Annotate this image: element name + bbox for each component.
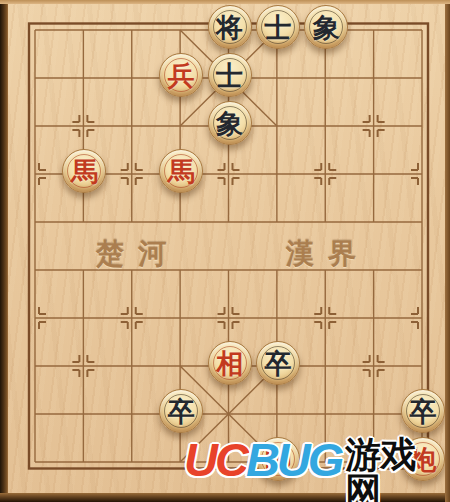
piece-black-advisor[interactable]: 士: [208, 53, 252, 97]
piece-glyph: 炮: [402, 438, 444, 480]
xiangqi-board: 楚河 漢界 将士象兵士象馬馬相卒卒卒帥炮 UCBUG 游戏网 .com: [0, 0, 450, 502]
piece-red-elephant[interactable]: 相: [208, 341, 252, 385]
piece-glyph: 馬: [160, 150, 202, 192]
piece-glyph: 士: [209, 54, 251, 96]
piece-glyph: 馬: [63, 150, 105, 192]
piece-glyph: 将: [209, 6, 251, 48]
piece-glyph: 象: [305, 6, 347, 48]
frame-edge-bottom: [0, 493, 450, 502]
piece-red-cannon[interactable]: 炮: [401, 437, 445, 481]
frame-edge-left: [0, 0, 8, 502]
piece-black-advisor[interactable]: 士: [256, 5, 300, 49]
piece-glyph: 相: [209, 342, 251, 384]
piece-black-general[interactable]: 将: [208, 5, 252, 49]
piece-black-soldier[interactable]: 卒: [159, 389, 203, 433]
piece-glyph: 卒: [402, 390, 444, 432]
piece-black-elephant[interactable]: 象: [304, 5, 348, 49]
piece-black-elephant[interactable]: 象: [208, 101, 252, 145]
piece-glyph: 象: [209, 102, 251, 144]
piece-glyph: 士: [257, 6, 299, 48]
piece-glyph: 兵: [160, 54, 202, 96]
frame-edge-top: [0, 0, 450, 4]
piece-glyph: 卒: [160, 390, 202, 432]
piece-black-soldier[interactable]: 卒: [256, 341, 300, 385]
piece-black-soldier[interactable]: 卒: [401, 389, 445, 433]
piece-red-general[interactable]: 帥: [256, 437, 300, 481]
piece-glyph: 卒: [257, 342, 299, 384]
piece-glyph: 帥: [257, 438, 299, 480]
piece-red-horse[interactable]: 馬: [159, 149, 203, 193]
frame-edge-right: [445, 0, 450, 502]
piece-red-horse[interactable]: 馬: [62, 149, 106, 193]
pieces-layer: 将士象兵士象馬馬相卒卒卒帥炮: [0, 0, 450, 502]
piece-red-soldier[interactable]: 兵: [159, 53, 203, 97]
